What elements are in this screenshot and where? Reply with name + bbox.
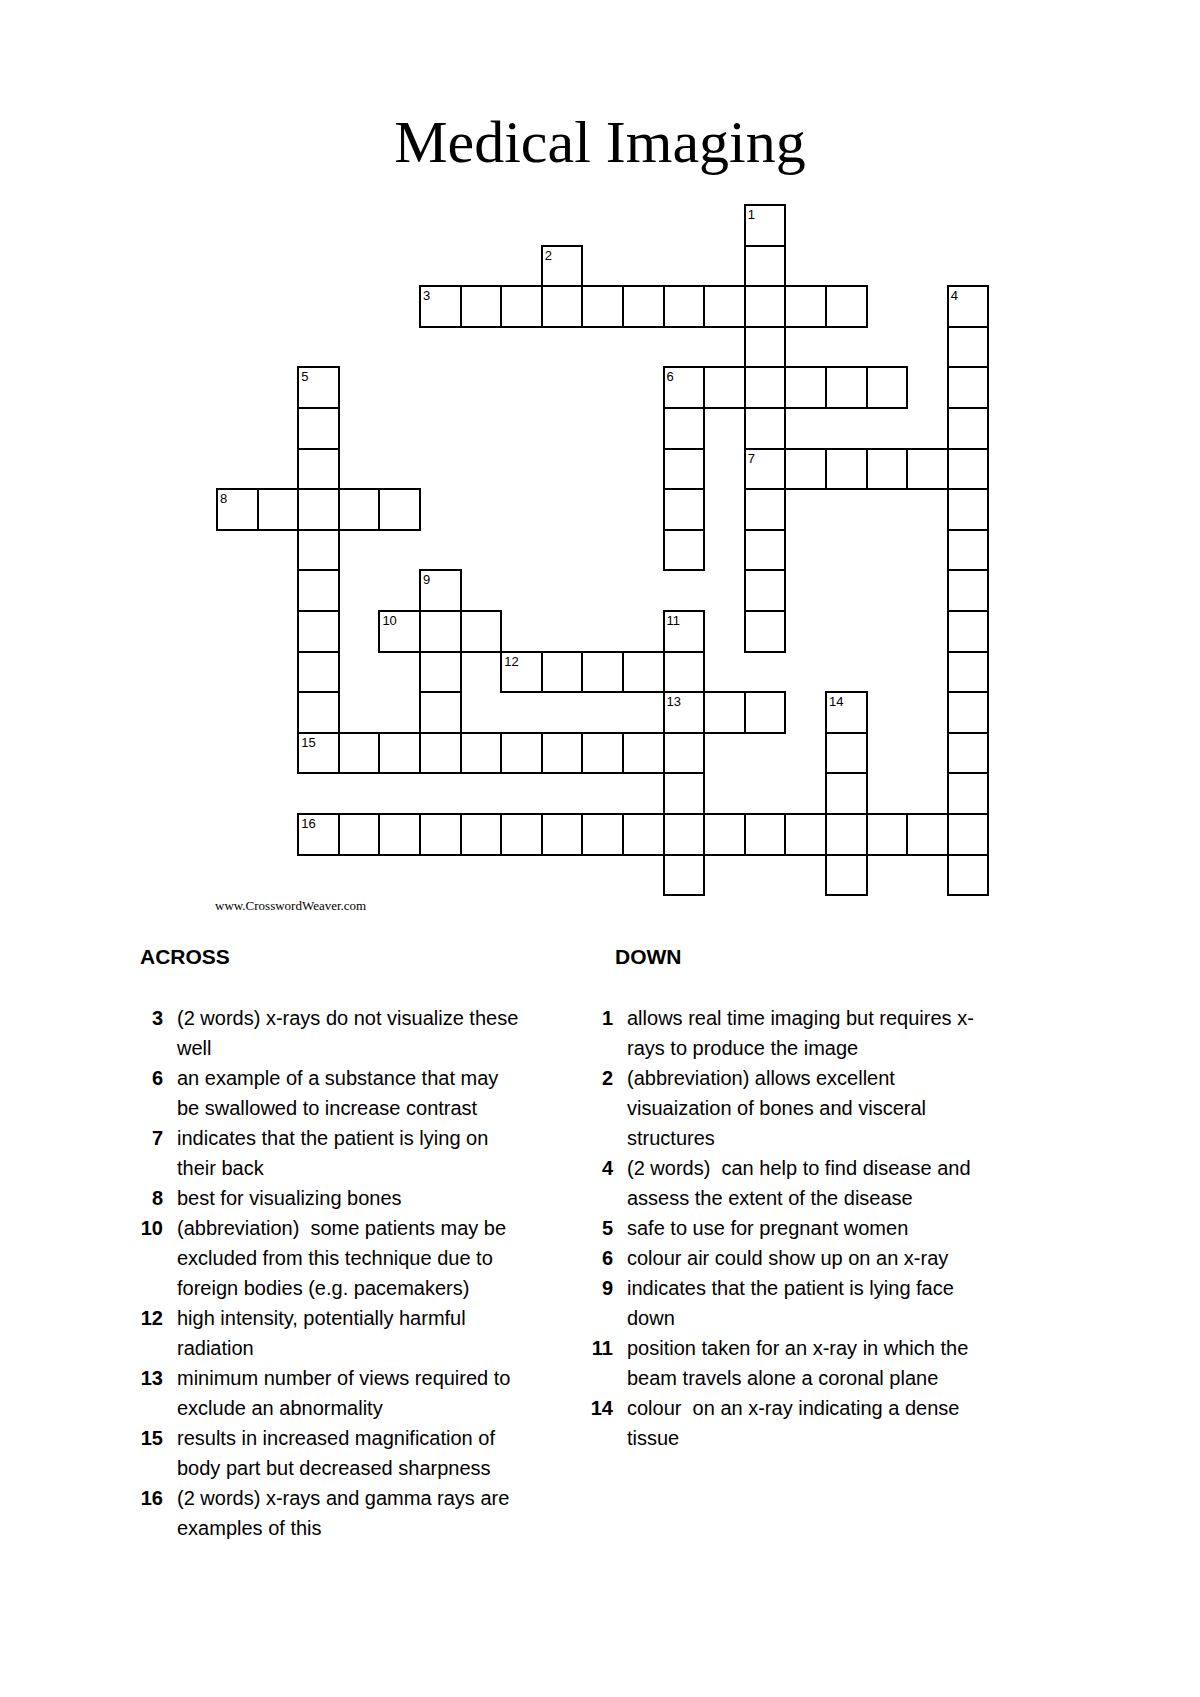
clue-number: 16 [125,1483,163,1513]
grid-cell-r2c7[interactable] [500,285,543,328]
grid-cell-r13c4[interactable] [378,732,421,775]
grid-cell-r15c3[interactable] [338,813,381,856]
clue-down-4: 4(2 words) can help to find disease and … [575,1153,1010,1213]
grid-cell-r4c14[interactable] [784,366,827,409]
grid-cell-r6c14[interactable] [784,448,827,491]
grid-cell-r2c5[interactable]: 3 [419,285,462,328]
grid-cell-r2c14[interactable] [784,285,827,328]
down-header: DOWN [615,946,682,968]
grid-cell-r9c5[interactable]: 9 [419,569,462,612]
grid-cell-r2c6[interactable] [460,285,503,328]
clue-across-10: 10(abbreviation) some patients may be ex… [125,1213,570,1303]
grid-cell-r6c18[interactable] [947,448,990,491]
grid-cell-r15c7[interactable] [500,813,543,856]
grid-cell-r7c1[interactable] [257,488,300,531]
clue-text: allows real time imaging but requires x-… [627,1003,1010,1063]
cell-number: 2 [545,249,582,262]
clue-text: safe to use for pregnant women [627,1213,1010,1243]
grid-cell-r5c13[interactable] [744,407,787,450]
cell-number: 10 [382,614,419,627]
grid-cell-r3c18[interactable] [947,326,990,369]
grid-cell-r15c14[interactable] [784,813,827,856]
grid-cell-r4c15[interactable] [825,366,868,409]
grid-cell-r10c18[interactable] [947,610,990,653]
grid-cell-r2c12[interactable] [703,285,746,328]
grid-cell-r2c18[interactable]: 4 [947,285,990,328]
site-credit: www.CrosswordWeaver.com [215,898,366,914]
grid-cell-r13c2[interactable]: 15 [297,732,340,775]
grid-cell-r4c2[interactable]: 5 [297,366,340,409]
cell-number: 7 [748,452,785,465]
grid-cell-r13c10[interactable] [622,732,665,775]
grid-cell-r12c12[interactable] [703,691,746,734]
clue-number: 14 [575,1393,613,1423]
grid-cell-r10c5[interactable] [419,610,462,653]
grid-cell-r2c15[interactable] [825,285,868,328]
clue-text: results in increased magnification of bo… [177,1423,570,1483]
grid-cell-r13c5[interactable] [419,732,462,775]
grid-cell-r15c6[interactable] [460,813,503,856]
clue-across-13: 13minimum number of views required to ex… [125,1363,570,1423]
grid-cell-r13c3[interactable] [338,732,381,775]
clue-text: (2 words) x-rays and gamma rays are exam… [177,1483,570,1543]
grid-cell-r11c2[interactable] [297,651,340,694]
grid-cell-r12c2[interactable] [297,691,340,734]
grid-cell-r12c18[interactable] [947,691,990,734]
cell-number: 12 [504,655,541,668]
clue-number: 1 [575,1003,613,1033]
page-title: Medical Imaging [0,112,1200,172]
grid-cell-r15c18[interactable] [947,813,990,856]
grid-cell-r10c13[interactable] [744,610,787,653]
grid-cell-r7c4[interactable] [378,488,421,531]
grid-cell-r13c18[interactable] [947,732,990,775]
grid-cell-r4c12[interactable] [703,366,746,409]
grid-cell-r11c9[interactable] [581,651,624,694]
clue-number: 4 [575,1153,613,1183]
grid-cell-r1c13[interactable] [744,245,787,288]
grid-cell-r5c2[interactable] [297,407,340,450]
cell-number: 9 [423,573,460,586]
clue-number: 6 [125,1063,163,1093]
clue-down-5: 5safe to use for pregnant women [575,1213,1010,1243]
clue-down-14: 14colour on an x-ray indicating a dense … [575,1393,1010,1453]
grid-cell-r11c5[interactable] [419,651,462,694]
clue-down-6: 6colour air could show up on an x-ray [575,1243,1010,1273]
clue-number: 12 [125,1303,163,1333]
grid-cell-r12c13[interactable] [744,691,787,734]
clue-text: position taken for an x-ray in which the… [627,1333,1010,1393]
clue-number: 6 [575,1243,613,1273]
grid-cell-r13c15[interactable] [825,732,868,775]
clue-text: best for visualizing bones [177,1183,570,1213]
cell-number: 11 [667,614,704,627]
clue-number: 9 [575,1273,613,1303]
grid-cell-r15c10[interactable] [622,813,665,856]
cell-number: 14 [829,695,866,708]
across-clue-list: 3(2 words) x-rays do not visualize these… [125,1003,570,1543]
grid-cell-r16c11[interactable] [663,854,706,897]
clue-number: 7 [125,1123,163,1153]
grid-cell-r10c11[interactable]: 11 [663,610,706,653]
grid-cell-r8c11[interactable] [663,529,706,572]
grid-cell-r10c4[interactable]: 10 [378,610,421,653]
grid-cell-r12c5[interactable] [419,691,462,734]
clue-number: 11 [575,1333,613,1363]
grid-cell-r11c8[interactable] [541,651,584,694]
grid-cell-r5c18[interactable] [947,407,990,450]
grid-cell-r9c13[interactable] [744,569,787,612]
grid-cell-r4c13[interactable] [744,366,787,409]
clue-number: 2 [575,1063,613,1093]
clue-across-15: 15results in increased magnification of … [125,1423,570,1483]
cell-number: 1 [748,208,785,221]
grid-cell-r1c8[interactable]: 2 [541,245,584,288]
grid-cell-r5c11[interactable] [663,407,706,450]
grid-cell-r15c16[interactable] [866,813,909,856]
grid-cell-r6c17[interactable] [906,448,949,491]
grid-cell-r6c16[interactable] [866,448,909,491]
clue-down-2: 2(abbreviation) allows excellent visuaiz… [575,1063,1010,1153]
clue-text: (abbreviation) allows excellent visuaiza… [627,1063,1010,1153]
cell-number: 13 [667,695,704,708]
crossword-grid: 12345678910111213141516 [216,204,991,898]
clue-text: (2 words) x-rays do not visualize these … [177,1003,570,1063]
grid-cell-r8c18[interactable] [947,529,990,572]
clue-across-7: 7indicates that the patient is lying on … [125,1123,570,1183]
grid-cell-r9c2[interactable] [297,569,340,612]
grid-cell-r2c9[interactable] [581,285,624,328]
grid-cell-r6c13[interactable]: 7 [744,448,787,491]
grid-cell-r13c11[interactable] [663,732,706,775]
grid-cell-r2c11[interactable] [663,285,706,328]
grid-cell-r7c11[interactable] [663,488,706,531]
clue-down-1: 1allows real time imaging but requires x… [575,1003,1010,1063]
grid-cell-r2c13[interactable] [744,285,787,328]
grid-cell-r7c0[interactable]: 8 [216,488,259,531]
across-header: ACROSS [140,946,230,968]
grid-cell-r16c15[interactable] [825,854,868,897]
clue-across-16: 16(2 words) x-rays and gamma rays are ex… [125,1483,570,1543]
grid-cell-r3c13[interactable] [744,326,787,369]
grid-cell-r14c15[interactable] [825,772,868,815]
clue-across-3: 3(2 words) x-rays do not visualize these… [125,1003,570,1063]
grid-cell-r11c10[interactable] [622,651,665,694]
cell-number: 8 [220,492,257,505]
down-clue-list: 1allows real time imaging but requires x… [575,1003,1010,1453]
clue-text: indicates that the patient is lying on t… [177,1123,570,1183]
grid-cell-r9c18[interactable] [947,569,990,612]
clue-number: 8 [125,1183,163,1213]
clue-number: 5 [575,1213,613,1243]
grid-cell-r15c9[interactable] [581,813,624,856]
cell-number: 5 [301,370,338,383]
clue-text: indicates that the patient is lying face… [627,1273,1010,1333]
grid-cell-r13c6[interactable] [460,732,503,775]
grid-cell-r6c2[interactable] [297,448,340,491]
grid-cell-r15c4[interactable] [378,813,421,856]
grid-cell-r13c8[interactable] [541,732,584,775]
grid-cell-r2c8[interactable] [541,285,584,328]
grid-cell-r15c12[interactable] [703,813,746,856]
grid-cell-r7c2[interactable] [297,488,340,531]
grid-cell-r6c11[interactable] [663,448,706,491]
grid-cell-r6c15[interactable] [825,448,868,491]
clue-across-12: 12high intensity, potentially harmful ra… [125,1303,570,1363]
grid-cell-r8c2[interactable] [297,529,340,572]
grid-cell-r15c13[interactable] [744,813,787,856]
grid-cell-r10c2[interactable] [297,610,340,653]
clue-number: 3 [125,1003,163,1033]
clue-down-11: 11position taken for an x-ray in which t… [575,1333,1010,1393]
grid-cell-r4c16[interactable] [866,366,909,409]
clue-text: colour on an x-ray indicating a dense ti… [627,1393,1010,1453]
grid-cell-r12c15[interactable]: 14 [825,691,868,734]
grid-cell-r13c7[interactable] [500,732,543,775]
grid-cell-r11c7[interactable]: 12 [500,651,543,694]
cell-number: 15 [301,736,338,749]
grid-cell-r7c3[interactable] [338,488,381,531]
clue-number: 15 [125,1423,163,1453]
grid-cell-r10c6[interactable] [460,610,503,653]
grid-cell-r13c9[interactable] [581,732,624,775]
grid-cell-r15c5[interactable] [419,813,462,856]
clue-down-9: 9indicates that the patient is lying fac… [575,1273,1010,1333]
grid-cell-r7c18[interactable] [947,488,990,531]
clue-text: an example of a substance that may be sw… [177,1063,570,1123]
grid-cell-r15c8[interactable] [541,813,584,856]
cell-number: 16 [301,817,338,830]
grid-cell-r8c13[interactable] [744,529,787,572]
grid-cell-r14c11[interactable] [663,772,706,815]
grid-cell-r12c11[interactable]: 13 [663,691,706,734]
clue-across-6: 6an example of a substance that may be s… [125,1063,570,1123]
grid-cell-r15c15[interactable] [825,813,868,856]
grid-cell-r4c11[interactable]: 6 [663,366,706,409]
clue-number: 10 [125,1213,163,1243]
cell-number: 4 [951,289,988,302]
clue-text: (abbreviation) some patients may be excl… [177,1213,570,1303]
grid-cell-r7c13[interactable] [744,488,787,531]
grid-cell-r15c2[interactable]: 16 [297,813,340,856]
grid-cell-r15c11[interactable] [663,813,706,856]
grid-cell-r11c11[interactable] [663,651,706,694]
cell-number: 3 [423,289,460,302]
grid-cell-r2c10[interactable] [622,285,665,328]
grid-cell-r16c18[interactable] [947,854,990,897]
clue-across-8: 8best for visualizing bones [125,1183,570,1213]
grid-cell-r4c18[interactable] [947,366,990,409]
grid-cell-r14c18[interactable] [947,772,990,815]
clue-text: colour air could show up on an x-ray [627,1243,1010,1273]
clue-text: (2 words) can help to find disease and a… [627,1153,1010,1213]
clue-number: 13 [125,1363,163,1393]
grid-cell-r0c13[interactable]: 1 [744,204,787,247]
clue-text: minimum number of views required to excl… [177,1363,570,1423]
cell-number: 6 [667,370,704,383]
clue-text: high intensity, potentially harmful radi… [177,1303,570,1363]
grid-cell-r15c17[interactable] [906,813,949,856]
grid-cell-r11c18[interactable] [947,651,990,694]
